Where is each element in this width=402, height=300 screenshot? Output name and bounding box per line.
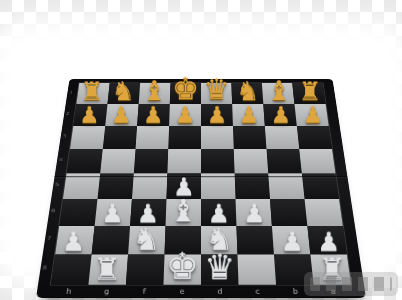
square-b6 [270,199,307,226]
square-c2: ♟ [232,104,265,126]
square-f1: ♝ [139,83,171,104]
rank-label-6: 6 [50,208,55,217]
square-c3 [233,126,267,149]
square-f7: ♞ [128,226,165,255]
white-rook: ♜ [294,79,325,104]
square-g6: ♟ [95,199,132,226]
square-a2: ♟ [294,104,328,126]
square-h4 [67,149,103,173]
rank-label-4: 4 [58,157,63,165]
file-label-h: h [49,288,88,295]
white-pawn: ♟ [201,103,233,126]
square-c1: ♞ [231,83,263,104]
square-a3 [297,126,332,149]
board-frame: ♜♞♝♚♛♞♝♜♟♟♟♟♟♟♟♟♟♟♟♝♟♟♟♞♞♟♟♜♚♛♜ hgfedcba… [36,79,366,298]
black-knight: ♞ [201,224,237,255]
square-a1: ♜ [292,83,325,104]
black-pawn: ♟ [55,229,91,255]
file-label-f: f [125,288,163,295]
square-c4 [234,149,268,173]
white-pawn: ♟ [297,103,329,126]
square-g2: ♟ [105,104,138,126]
white-rook: ♜ [76,79,107,104]
square-d3 [201,126,234,149]
rank-label-1: 1 [68,90,73,97]
white-pawn: ♟ [73,103,105,126]
square-f5 [132,173,167,199]
square-e3 [168,126,201,149]
square-f8 [126,255,165,285]
square-g5 [97,173,133,199]
black-rook: ♜ [88,254,126,285]
board-grid: ♜♞♝♚♛♞♝♜♟♟♟♟♟♟♟♟♟♟♟♝♟♟♟♞♞♟♟♜♚♛♜ [51,83,351,285]
square-g1: ♞ [108,83,141,104]
file-label-c: c [239,288,277,295]
square-e2: ♟ [169,104,201,126]
white-pawn: ♟ [137,103,169,126]
square-b7: ♟ [272,226,310,255]
square-h5 [63,173,100,199]
white-bishop: ♝ [139,77,170,104]
square-h6 [59,199,97,226]
square-e7 [165,226,201,255]
square-c7 [236,226,273,255]
watermark-badge [304,272,398,296]
scene: ♜♞♝♚♛♞♝♜♟♟♟♟♟♟♟♟♟♟♟♝♟♟♟♞♞♟♟♜♚♛♜ hgfedcba… [0,0,402,300]
square-d4 [201,149,235,173]
square-b5 [268,173,304,199]
square-e5: ♟ [166,173,201,199]
black-pawn: ♟ [201,201,236,226]
chess-board: ♜♞♝♚♛♞♝♜♟♟♟♟♟♟♟♟♟♟♟♝♟♟♟♞♞♟♟♜♚♛♜ hgfedcba… [36,79,366,298]
square-b4 [267,149,302,173]
white-pawn: ♟ [265,103,297,126]
square-e8: ♚ [163,255,201,285]
rank-label-3: 3 [62,134,67,141]
square-f2: ♟ [137,104,170,126]
square-d5 [201,173,236,199]
square-d2: ♟ [201,104,233,126]
rank-label-2: 2 [65,111,70,118]
square-g8: ♜ [88,255,128,285]
file-label-e: e [163,288,201,295]
photo-canvas: ♜♞♝♚♛♞♝♜♟♟♟♟♟♟♟♟♟♟♟♝♟♟♟♞♞♟♟♜♚♛♜ hgfedcba… [0,0,402,300]
square-d1: ♛ [201,83,232,104]
square-a6 [305,199,343,226]
black-pawn: ♟ [310,229,346,255]
square-e1: ♚ [170,83,201,104]
square-h2: ♟ [73,104,107,126]
square-h3 [70,126,105,149]
square-f4 [134,149,168,173]
square-c5 [235,173,270,199]
square-f6: ♟ [130,199,166,226]
white-pawn: ♟ [233,103,265,126]
black-pawn: ♟ [166,174,201,199]
square-g3 [103,126,137,149]
square-h1: ♜ [76,83,109,104]
square-d6: ♟ [201,199,236,226]
square-e4 [167,149,201,173]
square-h7: ♟ [55,226,94,255]
square-h8 [51,255,92,285]
white-knight: ♞ [232,78,263,104]
square-b3 [265,126,299,149]
square-f3 [135,126,169,149]
black-pawn: ♟ [236,201,271,226]
white-pawn: ♟ [105,103,137,126]
black-pawn: ♟ [130,201,165,226]
square-e6: ♝ [166,199,201,226]
white-king: ♚ [170,74,201,104]
square-b2: ♟ [263,104,296,126]
file-label-g: g [87,288,125,295]
black-bishop: ♝ [166,195,201,226]
square-d7: ♞ [201,226,237,255]
black-pawn: ♟ [274,229,310,255]
black-pawn: ♟ [95,201,130,226]
white-knight: ♞ [108,78,139,104]
rank-label-7: 7 [46,236,52,245]
white-bishop: ♝ [263,77,294,104]
black-knight: ♞ [128,224,164,255]
square-b1: ♝ [262,83,295,104]
white-pawn: ♟ [169,103,201,126]
square-a5 [302,173,339,199]
square-a4 [299,149,335,173]
white-queen: ♛ [201,75,232,104]
black-queen: ♛ [201,250,239,285]
square-g7 [92,226,130,255]
square-a7: ♟ [307,226,346,255]
square-c8 [237,255,276,285]
square-c6: ♟ [236,199,272,226]
square-g4 [100,149,135,173]
rank-label-8: 8 [42,265,48,275]
file-label-d: d [201,288,239,295]
rank-label-5: 5 [54,182,59,190]
square-d8: ♛ [201,255,239,285]
